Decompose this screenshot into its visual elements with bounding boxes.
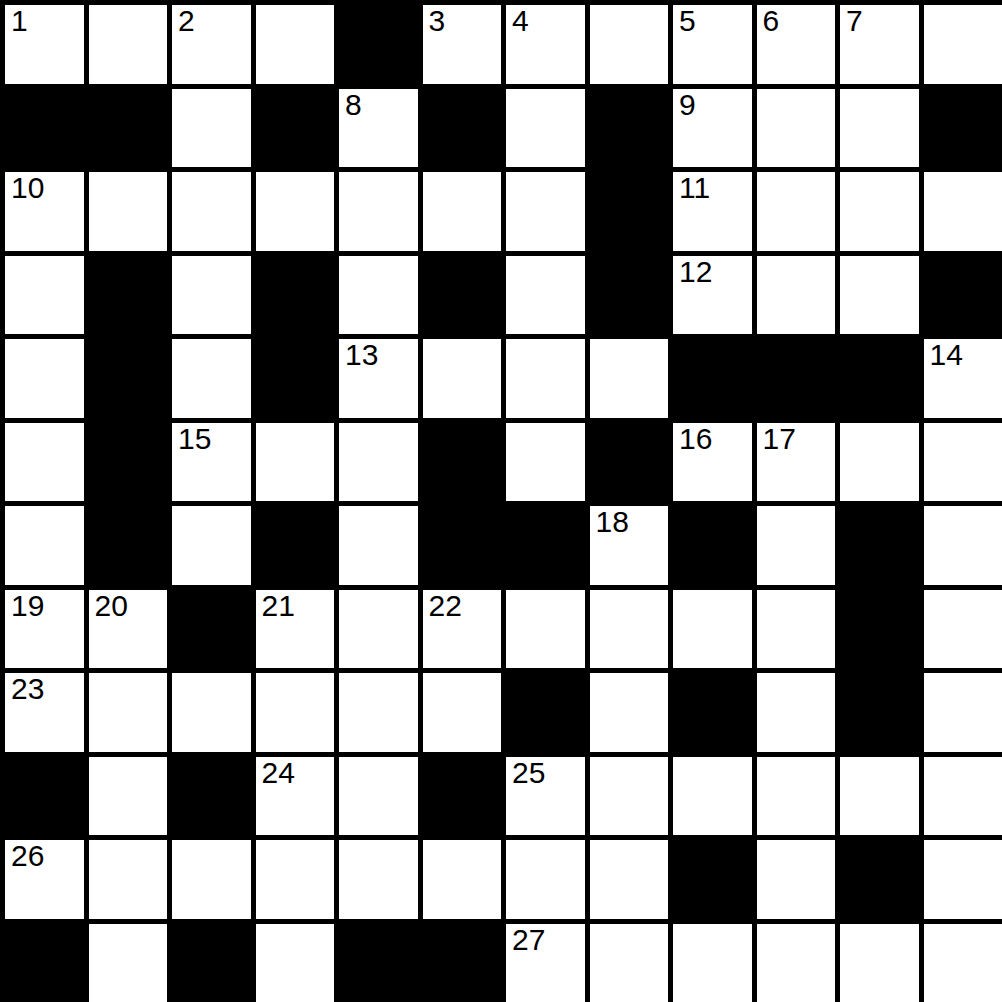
white-cell-r9c6[interactable] bbox=[418, 668, 502, 752]
white-cell-r11c4[interactable] bbox=[251, 835, 335, 919]
white-cell-r9c3[interactable] bbox=[167, 668, 251, 752]
black-cell-r4c12 bbox=[919, 251, 1002, 335]
white-cell-r4c9[interactable]: 12 bbox=[668, 251, 752, 335]
clue-number: 27 bbox=[512, 924, 545, 956]
white-cell-r9c2[interactable] bbox=[84, 668, 168, 752]
white-cell-r9c4[interactable] bbox=[251, 668, 335, 752]
white-cell-r8c9[interactable] bbox=[668, 585, 752, 669]
white-cell-r6c9[interactable]: 16 bbox=[668, 418, 752, 502]
white-cell-r5c12[interactable]: 14 bbox=[919, 334, 1002, 418]
black-cell-r7c7 bbox=[501, 501, 585, 585]
black-cell-r9c9 bbox=[668, 668, 752, 752]
black-cell-r4c8 bbox=[585, 251, 669, 335]
white-cell-r1c6[interactable]: 3 bbox=[418, 0, 502, 84]
clue-number: 26 bbox=[11, 840, 44, 872]
white-cell-r8c7[interactable] bbox=[501, 585, 585, 669]
white-cell-r2c5[interactable]: 8 bbox=[334, 84, 418, 168]
white-cell-r4c5[interactable] bbox=[334, 251, 418, 335]
white-cell-r5c8[interactable] bbox=[585, 334, 669, 418]
white-cell-r5c1[interactable] bbox=[0, 334, 84, 418]
white-cell-r5c6[interactable] bbox=[418, 334, 502, 418]
crossword-grid: 1234567891011121314151617181920212223242… bbox=[0, 0, 1002, 1002]
clue-number: 21 bbox=[262, 590, 295, 622]
clue-number: 24 bbox=[262, 757, 295, 789]
clue-number: 23 bbox=[11, 673, 44, 705]
white-cell-r8c1[interactable]: 19 bbox=[0, 585, 84, 669]
white-cell-r12c11[interactable] bbox=[835, 919, 919, 1002]
white-cell-r3c1[interactable]: 10 bbox=[0, 167, 84, 251]
white-cell-r4c10[interactable] bbox=[752, 251, 836, 335]
white-cell-r6c3[interactable]: 15 bbox=[167, 418, 251, 502]
clue-number: 15 bbox=[178, 423, 211, 455]
white-cell-r11c10[interactable] bbox=[752, 835, 836, 919]
clue-number: 17 bbox=[763, 423, 796, 455]
white-cell-r2c11[interactable] bbox=[835, 84, 919, 168]
white-cell-r8c4[interactable]: 21 bbox=[251, 585, 335, 669]
white-cell-r10c9[interactable] bbox=[668, 752, 752, 836]
black-cell-r12c1 bbox=[0, 919, 84, 1002]
white-cell-r2c7[interactable] bbox=[501, 84, 585, 168]
clue-number: 19 bbox=[11, 590, 44, 622]
white-cell-r8c12[interactable] bbox=[919, 585, 1002, 669]
black-cell-r12c5 bbox=[334, 919, 418, 1002]
white-cell-r5c5[interactable]: 13 bbox=[334, 334, 418, 418]
white-cell-r3c2[interactable] bbox=[84, 167, 168, 251]
clue-number: 8 bbox=[345, 89, 362, 121]
black-cell-r3c8 bbox=[585, 167, 669, 251]
black-cell-r5c9 bbox=[668, 334, 752, 418]
clue-number: 6 bbox=[763, 5, 780, 37]
black-cell-r2c6 bbox=[418, 84, 502, 168]
black-cell-r8c3 bbox=[167, 585, 251, 669]
white-cell-r1c2[interactable] bbox=[84, 0, 168, 84]
white-cell-r9c1[interactable]: 23 bbox=[0, 668, 84, 752]
black-cell-r6c8 bbox=[585, 418, 669, 502]
white-cell-r7c3[interactable] bbox=[167, 501, 251, 585]
white-cell-r12c7[interactable]: 27 bbox=[501, 919, 585, 1002]
white-cell-r11c8[interactable] bbox=[585, 835, 669, 919]
white-cell-r1c9[interactable]: 5 bbox=[668, 0, 752, 84]
white-cell-r10c12[interactable] bbox=[919, 752, 1002, 836]
clue-number: 2 bbox=[178, 5, 195, 37]
black-cell-r11c9 bbox=[668, 835, 752, 919]
white-cell-r6c11[interactable] bbox=[835, 418, 919, 502]
white-cell-r3c6[interactable] bbox=[418, 167, 502, 251]
white-cell-r10c8[interactable] bbox=[585, 752, 669, 836]
white-cell-r6c4[interactable] bbox=[251, 418, 335, 502]
clue-number: 25 bbox=[512, 757, 545, 789]
black-cell-r2c2 bbox=[84, 84, 168, 168]
black-cell-r7c2 bbox=[84, 501, 168, 585]
white-cell-r10c10[interactable] bbox=[752, 752, 836, 836]
white-cell-r7c12[interactable] bbox=[919, 501, 1002, 585]
white-cell-r6c10[interactable]: 17 bbox=[752, 418, 836, 502]
white-cell-r10c2[interactable] bbox=[84, 752, 168, 836]
white-cell-r3c4[interactable] bbox=[251, 167, 335, 251]
white-cell-r1c11[interactable]: 7 bbox=[835, 0, 919, 84]
clue-number: 22 bbox=[429, 590, 462, 622]
white-cell-r4c3[interactable] bbox=[167, 251, 251, 335]
white-cell-r12c2[interactable] bbox=[84, 919, 168, 1002]
white-cell-r1c12[interactable] bbox=[919, 0, 1002, 84]
clue-number: 18 bbox=[596, 506, 629, 538]
black-cell-r2c8 bbox=[585, 84, 669, 168]
white-cell-r10c5[interactable] bbox=[334, 752, 418, 836]
white-cell-r7c8[interactable]: 18 bbox=[585, 501, 669, 585]
clue-number: 13 bbox=[345, 339, 378, 371]
white-cell-r11c7[interactable] bbox=[501, 835, 585, 919]
black-cell-r10c3 bbox=[167, 752, 251, 836]
black-cell-r9c7 bbox=[501, 668, 585, 752]
white-cell-r2c10[interactable] bbox=[752, 84, 836, 168]
white-cell-r11c12[interactable] bbox=[919, 835, 1002, 919]
black-cell-r7c9 bbox=[668, 501, 752, 585]
clue-number: 20 bbox=[95, 590, 128, 622]
black-cell-r2c12 bbox=[919, 84, 1002, 168]
white-cell-r4c1[interactable] bbox=[0, 251, 84, 335]
white-cell-r8c10[interactable] bbox=[752, 585, 836, 669]
white-cell-r11c2[interactable] bbox=[84, 835, 168, 919]
white-cell-r4c11[interactable] bbox=[835, 251, 919, 335]
white-cell-r9c12[interactable] bbox=[919, 668, 1002, 752]
white-cell-r3c7[interactable] bbox=[501, 167, 585, 251]
white-cell-r1c10[interactable]: 6 bbox=[752, 0, 836, 84]
white-cell-r11c6[interactable] bbox=[418, 835, 502, 919]
black-cell-r5c4 bbox=[251, 334, 335, 418]
black-cell-r10c1 bbox=[0, 752, 84, 836]
white-cell-r1c8[interactable] bbox=[585, 0, 669, 84]
white-cell-r5c3[interactable] bbox=[167, 334, 251, 418]
white-cell-r6c12[interactable] bbox=[919, 418, 1002, 502]
black-cell-r1c5 bbox=[334, 0, 418, 84]
black-cell-r2c4 bbox=[251, 84, 335, 168]
white-cell-r11c3[interactable] bbox=[167, 835, 251, 919]
white-cell-r11c1[interactable]: 26 bbox=[0, 835, 84, 919]
black-cell-r5c10 bbox=[752, 334, 836, 418]
white-cell-r3c9[interactable]: 11 bbox=[668, 167, 752, 251]
white-cell-r3c11[interactable] bbox=[835, 167, 919, 251]
black-cell-r12c3 bbox=[167, 919, 251, 1002]
black-cell-r11c11 bbox=[835, 835, 919, 919]
white-cell-r1c1[interactable]: 1 bbox=[0, 0, 84, 84]
clue-number: 14 bbox=[930, 339, 963, 371]
clue-number: 7 bbox=[846, 5, 863, 37]
white-cell-r1c3[interactable]: 2 bbox=[167, 0, 251, 84]
white-cell-r11c5[interactable] bbox=[334, 835, 418, 919]
white-cell-r12c8[interactable] bbox=[585, 919, 669, 1002]
white-cell-r12c12[interactable] bbox=[919, 919, 1002, 1002]
white-cell-r2c9[interactable]: 9 bbox=[668, 84, 752, 168]
white-cell-r5c7[interactable] bbox=[501, 334, 585, 418]
white-cell-r1c4[interactable] bbox=[251, 0, 335, 84]
black-cell-r8c11 bbox=[835, 585, 919, 669]
white-cell-r9c10[interactable] bbox=[752, 668, 836, 752]
white-cell-r3c5[interactable] bbox=[334, 167, 418, 251]
black-cell-r2c1 bbox=[0, 84, 84, 168]
white-cell-r8c8[interactable] bbox=[585, 585, 669, 669]
clue-number: 16 bbox=[679, 423, 712, 455]
black-cell-r4c4 bbox=[251, 251, 335, 335]
black-cell-r5c2 bbox=[84, 334, 168, 418]
white-cell-r7c1[interactable] bbox=[0, 501, 84, 585]
white-cell-r6c1[interactable] bbox=[0, 418, 84, 502]
white-cell-r6c5[interactable] bbox=[334, 418, 418, 502]
black-cell-r9c11 bbox=[835, 668, 919, 752]
black-cell-r7c11 bbox=[835, 501, 919, 585]
white-cell-r8c6[interactable]: 22 bbox=[418, 585, 502, 669]
white-cell-r7c5[interactable] bbox=[334, 501, 418, 585]
clue-number: 5 bbox=[679, 5, 696, 37]
clue-number: 9 bbox=[679, 89, 696, 121]
clue-number: 4 bbox=[512, 5, 529, 37]
white-cell-r1c7[interactable]: 4 bbox=[501, 0, 585, 84]
black-cell-r10c6 bbox=[418, 752, 502, 836]
black-cell-r7c6 bbox=[418, 501, 502, 585]
white-cell-r12c10[interactable] bbox=[752, 919, 836, 1002]
white-cell-r4c7[interactable] bbox=[501, 251, 585, 335]
clue-number: 12 bbox=[679, 256, 712, 288]
black-cell-r5c11 bbox=[835, 334, 919, 418]
white-cell-r7c10[interactable] bbox=[752, 501, 836, 585]
white-cell-r3c12[interactable] bbox=[919, 167, 1002, 251]
clue-number: 1 bbox=[11, 5, 28, 37]
black-cell-r12c6 bbox=[418, 919, 502, 1002]
white-cell-r10c7[interactable]: 25 bbox=[501, 752, 585, 836]
black-cell-r4c2 bbox=[84, 251, 168, 335]
clue-number: 11 bbox=[679, 172, 710, 204]
black-cell-r4c6 bbox=[418, 251, 502, 335]
white-cell-r10c11[interactable] bbox=[835, 752, 919, 836]
white-cell-r3c3[interactable] bbox=[167, 167, 251, 251]
white-cell-r6c7[interactable] bbox=[501, 418, 585, 502]
white-cell-r9c5[interactable] bbox=[334, 668, 418, 752]
white-cell-r12c4[interactable] bbox=[251, 919, 335, 1002]
white-cell-r9c8[interactable] bbox=[585, 668, 669, 752]
white-cell-r8c2[interactable]: 20 bbox=[84, 585, 168, 669]
white-cell-r8c5[interactable] bbox=[334, 585, 418, 669]
black-cell-r6c6 bbox=[418, 418, 502, 502]
black-cell-r7c4 bbox=[251, 501, 335, 585]
white-cell-r3c10[interactable] bbox=[752, 167, 836, 251]
white-cell-r2c3[interactable] bbox=[167, 84, 251, 168]
clue-number: 10 bbox=[11, 172, 44, 204]
white-cell-r10c4[interactable]: 24 bbox=[251, 752, 335, 836]
white-cell-r12c9[interactable] bbox=[668, 919, 752, 1002]
clue-number: 3 bbox=[429, 5, 446, 37]
black-cell-r6c2 bbox=[84, 418, 168, 502]
